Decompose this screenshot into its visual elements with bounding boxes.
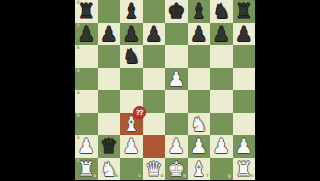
square-f8[interactable]: ♝ [188,0,211,23]
piece-black-king-e8[interactable]: ♚ [165,0,188,23]
square-e5[interactable]: ♟ [165,68,188,91]
piece-white-queen-d1[interactable]: ♛ [143,158,166,181]
piece-white-king-e1[interactable]: ♚ [165,158,188,181]
square-f3[interactable]: ♞ [188,113,211,136]
square-a7[interactable]: 7♟ [75,23,98,46]
piece-white-rook-h1[interactable]: ♜ [233,158,256,181]
chess-board: 8♜♝♚♝♞♜7♟♟♟♟♟♟♟6♞5♟43♝♞2♟♛♟♟♟♟♟1a♜b♞cd♛e… [75,0,255,180]
square-f7[interactable]: ♟ [188,23,211,46]
square-h1[interactable]: h♜ [233,158,256,181]
square-a3[interactable]: 3 [75,113,98,136]
square-a5[interactable]: 5 [75,68,98,91]
square-d5[interactable] [143,68,166,91]
square-c6[interactable]: ♞ [120,45,143,68]
letterbox-left [0,0,75,180]
piece-black-rook-a8[interactable]: ♜ [75,0,98,23]
piece-black-knight-c6[interactable]: ♞ [120,45,143,68]
square-b6[interactable] [98,45,121,68]
piece-white-pawn-h2[interactable]: ♟ [233,135,256,158]
coord-rank-3: 3 [77,114,80,119]
square-e4[interactable] [165,90,188,113]
square-g1[interactable]: g [210,158,233,181]
square-d2[interactable] [143,135,166,158]
piece-white-pawn-f2[interactable]: ♟ [188,135,211,158]
square-a4[interactable]: 4 [75,90,98,113]
piece-black-knight-g8[interactable]: ♞ [210,0,233,23]
coord-file-c: c [138,174,141,179]
coord-rank-4: 4 [77,91,80,96]
piece-white-knight-f3[interactable]: ♞ [188,113,211,136]
square-e8[interactable]: ♚ [165,0,188,23]
piece-white-knight-b1[interactable]: ♞ [98,158,121,181]
square-c2[interactable]: ♟ [120,135,143,158]
square-c7[interactable]: ♟ [120,23,143,46]
square-a6[interactable]: 6 [75,45,98,68]
square-b2[interactable]: ♛ [98,135,121,158]
square-g3[interactable] [210,113,233,136]
square-c1[interactable]: c [120,158,143,181]
piece-white-pawn-c2[interactable]: ♟ [120,135,143,158]
coord-file-g: g [228,174,231,179]
piece-black-bishop-c8[interactable]: ♝ [120,0,143,23]
square-a1[interactable]: 1a♜ [75,158,98,181]
square-b7[interactable]: ♟ [98,23,121,46]
square-f4[interactable] [188,90,211,113]
square-b4[interactable] [98,90,121,113]
piece-black-pawn-b7[interactable]: ♟ [98,23,121,46]
square-g6[interactable] [210,45,233,68]
piece-white-pawn-e2[interactable]: ♟ [165,135,188,158]
piece-white-pawn-g2[interactable]: ♟ [210,135,233,158]
piece-black-pawn-g7[interactable]: ♟ [210,23,233,46]
square-e1[interactable]: e♚ [165,158,188,181]
square-g8[interactable]: ♞ [210,0,233,23]
piece-black-bishop-f8[interactable]: ♝ [188,0,211,23]
square-h6[interactable] [233,45,256,68]
piece-black-rook-h8[interactable]: ♜ [233,0,256,23]
square-b1[interactable]: b♞ [98,158,121,181]
square-c8[interactable]: ♝ [120,0,143,23]
piece-black-queen-b2[interactable]: ♛ [98,135,121,158]
square-e7[interactable] [165,23,188,46]
coord-rank-6: 6 [77,46,80,51]
piece-white-bishop-f1[interactable]: ♝ [188,158,211,181]
square-h5[interactable] [233,68,256,91]
square-a2[interactable]: 2♟ [75,135,98,158]
square-h7[interactable]: ♟ [233,23,256,46]
square-d1[interactable]: d♛ [143,158,166,181]
square-g2[interactable]: ♟ [210,135,233,158]
piece-white-rook-a1[interactable]: ♜ [75,158,98,181]
coord-rank-5: 5 [77,69,80,74]
square-d6[interactable] [143,45,166,68]
piece-black-pawn-f7[interactable]: ♟ [188,23,211,46]
square-e6[interactable] [165,45,188,68]
square-h4[interactable] [233,90,256,113]
blunder-badge: ?? [133,106,146,119]
square-g5[interactable] [210,68,233,91]
piece-white-pawn-e5[interactable]: ♟ [165,68,188,91]
square-a8[interactable]: 8♜ [75,0,98,23]
square-e3[interactable] [165,113,188,136]
square-b8[interactable] [98,0,121,23]
square-f2[interactable]: ♟ [188,135,211,158]
piece-black-pawn-a7[interactable]: ♟ [75,23,98,46]
square-h8[interactable]: ♜ [233,0,256,23]
square-h2[interactable]: ♟ [233,135,256,158]
piece-black-pawn-d7[interactable]: ♟ [143,23,166,46]
square-f6[interactable] [188,45,211,68]
square-f5[interactable] [188,68,211,91]
square-h3[interactable] [233,113,256,136]
square-c5[interactable] [120,68,143,91]
square-d4[interactable] [143,90,166,113]
square-g7[interactable]: ♟ [210,23,233,46]
screenshot-root: 8♜♝♚♝♞♜7♟♟♟♟♟♟♟6♞5♟43♝♞2♟♛♟♟♟♟♟1a♜b♞cd♛e… [0,0,320,180]
piece-white-pawn-a2[interactable]: ♟ [75,135,98,158]
square-f1[interactable]: f♝ [188,158,211,181]
square-e2[interactable]: ♟ [165,135,188,158]
square-b3[interactable] [98,113,121,136]
piece-black-pawn-h7[interactable]: ♟ [233,23,256,46]
piece-black-pawn-c7[interactable]: ♟ [120,23,143,46]
square-d7[interactable]: ♟ [143,23,166,46]
square-d8[interactable] [143,0,166,23]
square-b5[interactable] [98,68,121,91]
letterbox-right [255,0,320,180]
square-g4[interactable] [210,90,233,113]
square-d3[interactable] [143,113,166,136]
